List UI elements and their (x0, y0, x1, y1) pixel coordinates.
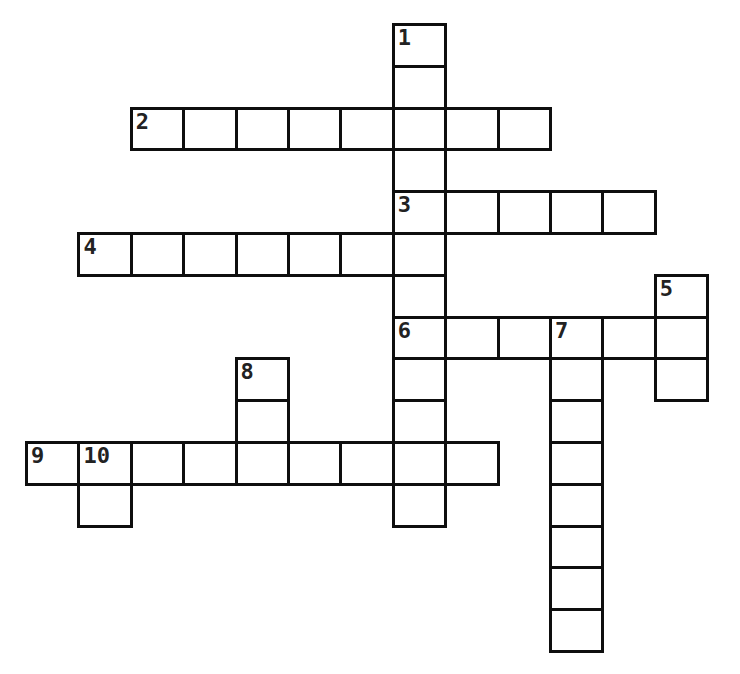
clue-number: 7 (555, 320, 568, 342)
crossword-cell[interactable] (182, 441, 237, 486)
crossword-cell[interactable] (549, 566, 604, 611)
crossword-cell[interactable] (549, 190, 604, 235)
crossword-cell[interactable] (497, 107, 552, 152)
crossword-cell[interactable] (77, 483, 132, 528)
clue-number: 6 (398, 320, 411, 342)
crossword-cell[interactable]: 5 (654, 274, 709, 319)
crossword-cell[interactable] (339, 107, 394, 152)
crossword-cell[interactable] (654, 316, 709, 361)
crossword-cell[interactable]: 1 (392, 23, 447, 68)
crossword-cell[interactable] (392, 148, 447, 193)
crossword-cell[interactable] (235, 107, 290, 152)
crossword-cell[interactable] (235, 399, 290, 444)
crossword-cell[interactable] (601, 316, 656, 361)
crossword-cell[interactable] (287, 232, 342, 277)
crossword-cell[interactable] (549, 525, 604, 570)
crossword-cell[interactable] (130, 232, 185, 277)
crossword-cell[interactable] (444, 190, 499, 235)
crossword-cell[interactable] (444, 316, 499, 361)
crossword-cell[interactable] (549, 357, 604, 402)
clue-number: 1 (398, 27, 411, 49)
clue-number: 5 (660, 278, 673, 300)
crossword-cell[interactable] (392, 107, 447, 152)
crossword-cell[interactable] (339, 441, 394, 486)
clue-number: 4 (83, 236, 96, 258)
crossword-cell[interactable]: 4 (77, 232, 132, 277)
crossword-cell[interactable]: 8 (235, 357, 290, 402)
clue-number: 10 (83, 445, 110, 467)
crossword-cell[interactable] (654, 357, 709, 402)
crossword-cell[interactable]: 7 (549, 316, 604, 361)
crossword-cell[interactable] (549, 483, 604, 528)
crossword-cell[interactable] (339, 232, 394, 277)
crossword-cell[interactable] (444, 441, 499, 486)
clue-number: 8 (241, 361, 254, 383)
crossword-cell[interactable] (549, 608, 604, 653)
crossword-cell[interactable] (549, 399, 604, 444)
clue-number: 2 (136, 111, 149, 133)
crossword-cell[interactable]: 3 (392, 190, 447, 235)
clue-number: 9 (31, 445, 44, 467)
crossword-cell[interactable]: 2 (130, 107, 185, 152)
crossword-cell[interactable]: 10 (77, 441, 132, 486)
crossword-cell[interactable] (182, 232, 237, 277)
crossword-cell[interactable] (392, 399, 447, 444)
crossword-cell[interactable] (601, 190, 656, 235)
crossword-cell[interactable] (444, 107, 499, 152)
crossword-cell[interactable] (497, 190, 552, 235)
crossword-board: 12345678910 (0, 0, 740, 674)
crossword-cell[interactable] (235, 441, 290, 486)
crossword-cell[interactable] (130, 441, 185, 486)
crossword-cell[interactable] (497, 316, 552, 361)
crossword-cell[interactable] (549, 441, 604, 486)
crossword-cell[interactable] (287, 441, 342, 486)
crossword-cell[interactable] (392, 441, 447, 486)
crossword-cell[interactable] (392, 357, 447, 402)
crossword-cell[interactable] (287, 107, 342, 152)
crossword-cell[interactable]: 6 (392, 316, 447, 361)
crossword-screenshot: { "game": "crossword", "board": { "rows"… (0, 0, 740, 674)
crossword-cell[interactable] (235, 232, 290, 277)
clue-number: 3 (398, 194, 411, 216)
crossword-cell[interactable]: 9 (25, 441, 80, 486)
crossword-cell[interactable] (392, 274, 447, 319)
crossword-cell[interactable] (392, 483, 447, 528)
crossword-cell[interactable] (392, 232, 447, 277)
crossword-cell[interactable] (392, 65, 447, 110)
crossword-cell[interactable] (182, 107, 237, 152)
